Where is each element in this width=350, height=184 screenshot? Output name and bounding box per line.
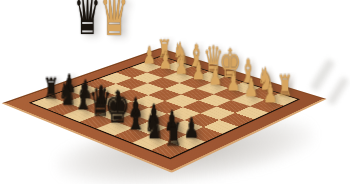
piece-cast-shadow xyxy=(310,58,336,92)
square-h8[interactable]: ♜ xyxy=(151,142,188,158)
piece-cast-shadow xyxy=(327,76,350,106)
extra-queen-black[interactable]: ♛ xyxy=(74,0,101,43)
extra-queen-white[interactable]: ♛ xyxy=(100,0,129,44)
piece-black-rook-h8[interactable]: ♜ xyxy=(160,119,186,151)
piece-white-pawn-h2[interactable]: ♟ xyxy=(258,81,282,107)
chess-set-product-photo: ♜♟♟♜♞♟♟♞♝♟♟♝♛♟♟♛♚♟♟♚♝♟♟♝♞♟♟♞♜♟♟♜ ♛ ♛ xyxy=(0,0,350,184)
